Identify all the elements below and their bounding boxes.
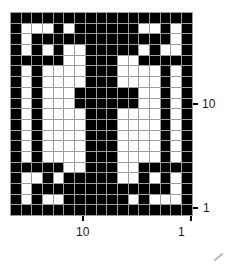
chart-cell-r5-c6: [63, 55, 74, 66]
chart-cell-r15-c16: [170, 162, 181, 173]
chart-cell-r16-c2: [21, 172, 32, 183]
right-tick-1: [193, 207, 198, 209]
chart-cell-r14-c5: [53, 151, 64, 162]
chart-cell-r7-c8: [85, 76, 96, 87]
chart-cell-r16-c12: [128, 172, 139, 183]
chart-cell-r9-c6: [63, 98, 74, 109]
chart-cell-r14-c2: [21, 151, 32, 162]
chart-cell-r19-c1: [10, 204, 21, 215]
chart-cell-r17-c13: [138, 183, 149, 194]
chart-cell-r2-c14: [149, 23, 160, 34]
chart-cell-r17-c15: [160, 183, 171, 194]
chart-cell-r4-c9: [96, 44, 107, 55]
chart-cell-r16-c3: [31, 172, 42, 183]
chart-cell-r7-c2: [21, 76, 32, 87]
chart-cell-r17-c6: [63, 183, 74, 194]
chart-cell-r19-c9: [96, 204, 107, 215]
chart-cell-r10-c9: [96, 108, 107, 119]
chart-cell-r1-c11: [117, 12, 128, 23]
chart-cell-r1-c4: [42, 12, 53, 23]
chart-cell-r11-c4: [42, 119, 53, 130]
chart-cell-r9-c16: [170, 98, 181, 109]
chart-cell-r12-c1: [10, 130, 21, 141]
chart-cell-r15-c15: [160, 162, 171, 173]
chart-cell-r17-c7: [74, 183, 85, 194]
chart-cell-r13-c7: [74, 140, 85, 151]
chart-cell-r2-c3: [31, 23, 42, 34]
chart-cell-r6-c11: [117, 65, 128, 76]
chart-cell-r6-c14: [149, 65, 160, 76]
chart-cell-r10-c13: [138, 108, 149, 119]
chart-cell-r5-c16: [170, 55, 181, 66]
chart-cell-r15-c11: [117, 162, 128, 173]
chart-cell-r16-c1: [10, 172, 21, 183]
chart-cell-r3-c3: [31, 33, 42, 44]
chart-cell-r13-c5: [53, 140, 64, 151]
chart-cell-r8-c17: [181, 87, 192, 98]
chart-cell-r6-c1: [10, 65, 21, 76]
chart-cell-r3-c4: [42, 33, 53, 44]
chart-cell-r14-c8: [85, 151, 96, 162]
chart-cell-r7-c11: [117, 76, 128, 87]
chart-cell-r10-c5: [53, 108, 64, 119]
chart-cell-r17-c17: [181, 183, 192, 194]
chart-cell-r14-c16: [170, 151, 181, 162]
chart-cell-r9-c15: [160, 98, 171, 109]
chart-cell-r5-c14: [149, 55, 160, 66]
chart-cell-r9-c11: [117, 98, 128, 109]
chart-cell-r8-c11: [117, 87, 128, 98]
chart-cell-r19-c5: [53, 204, 64, 215]
chart-cell-r1-c14: [149, 12, 160, 23]
chart-cell-r12-c2: [21, 130, 32, 141]
chart-cell-r18-c3: [31, 194, 42, 205]
chart-cell-r15-c17: [181, 162, 192, 173]
chart-cell-r11-c2: [21, 119, 32, 130]
chart-cell-r14-c14: [149, 151, 160, 162]
chart-cell-r10-c6: [63, 108, 74, 119]
chart-cell-r14-c4: [42, 151, 53, 162]
chart-cell-r18-c5: [53, 194, 64, 205]
chart-cell-r10-c15: [160, 108, 171, 119]
chart-cell-r16-c9: [96, 172, 107, 183]
chart-cell-r18-c15: [160, 194, 171, 205]
chart-cell-r18-c6: [63, 194, 74, 205]
chart-cell-r18-c17: [181, 194, 192, 205]
chart-cell-r3-c11: [117, 33, 128, 44]
chart-cell-r4-c6: [63, 44, 74, 55]
chart-cell-r19-c2: [21, 204, 32, 215]
chart-cell-r4-c1: [10, 44, 21, 55]
chart-cell-r2-c2: [21, 23, 32, 34]
chart-cell-r11-c10: [106, 119, 117, 130]
chart-cell-r13-c2: [21, 140, 32, 151]
chart-cell-r5-c11: [117, 55, 128, 66]
chart-cell-r3-c10: [106, 33, 117, 44]
chart-cell-r17-c16: [170, 183, 181, 194]
chart-cell-r6-c2: [21, 65, 32, 76]
chart-cell-r12-c9: [96, 130, 107, 141]
chart-cell-r1-c2: [21, 12, 32, 23]
chart-cell-r18-c14: [149, 194, 160, 205]
chart-cell-r15-c4: [42, 162, 53, 173]
chart-cell-r14-c1: [10, 151, 21, 162]
chart-cell-r5-c5: [53, 55, 64, 66]
chart-cell-r4-c8: [85, 44, 96, 55]
chart-cell-r2-c9: [96, 23, 107, 34]
chart-cell-r9-c4: [42, 98, 53, 109]
chart-cell-r10-c10: [106, 108, 117, 119]
chart-cell-r15-c14: [149, 162, 160, 173]
chart-cell-r14-c6: [63, 151, 74, 162]
chart-cell-r3-c2: [21, 33, 32, 44]
chart-cell-r2-c7: [74, 23, 85, 34]
chart-cell-r18-c13: [138, 194, 149, 205]
chart-cell-r13-c13: [138, 140, 149, 151]
chart-cell-r14-c3: [31, 151, 42, 162]
chart-cell-r2-c11: [117, 23, 128, 34]
chart-cell-r3-c7: [74, 33, 85, 44]
chart-cell-r8-c6: [63, 87, 74, 98]
chart-cell-r5-c3: [31, 55, 42, 66]
chart-cell-r10-c2: [21, 108, 32, 119]
chart-cell-r9-c8: [85, 98, 96, 109]
chart-cell-r8-c8: [85, 87, 96, 98]
right-axis-label-10: 10: [202, 98, 215, 110]
chart-cell-r17-c8: [85, 183, 96, 194]
chart-cell-r17-c12: [128, 183, 139, 194]
chart-cell-r4-c3: [31, 44, 42, 55]
chart-cell-r16-c14: [149, 172, 160, 183]
chart-cell-r9-c1: [10, 98, 21, 109]
chart-cell-r1-c9: [96, 12, 107, 23]
chart-cell-r13-c14: [149, 140, 160, 151]
chart-cell-r16-c8: [85, 172, 96, 183]
chart-cell-r7-c7: [74, 76, 85, 87]
chart-cell-r6-c3: [31, 65, 42, 76]
pattern-grid: [10, 12, 193, 216]
chart-cell-r15-c12: [128, 162, 139, 173]
chart-cell-r15-c13: [138, 162, 149, 173]
chart-cell-r9-c9: [96, 98, 107, 109]
chart-cell-r3-c16: [170, 33, 181, 44]
chart-cell-r8-c13: [138, 87, 149, 98]
chart-cell-r5-c17: [181, 55, 192, 66]
chart-cell-r9-c10: [106, 98, 117, 109]
chart-cell-r5-c13: [138, 55, 149, 66]
bottom-axis-label-10: 10: [76, 226, 89, 238]
chart-cell-r3-c1: [10, 33, 21, 44]
chart-cell-r12-c15: [160, 130, 171, 141]
chart-cell-r7-c5: [53, 76, 64, 87]
chart-cell-r1-c15: [160, 12, 171, 23]
chart-cell-r6-c4: [42, 65, 53, 76]
chart-cell-r13-c1: [10, 140, 21, 151]
chart-cell-r17-c2: [21, 183, 32, 194]
chart-cell-r8-c4: [42, 87, 53, 98]
chart-cell-r14-c11: [117, 151, 128, 162]
chart-cell-r10-c12: [128, 108, 139, 119]
chart-cell-r13-c8: [85, 140, 96, 151]
artifact-mark: [214, 253, 223, 261]
chart-cell-r17-c10: [106, 183, 117, 194]
chart-cell-r4-c17: [181, 44, 192, 55]
chart-cell-r3-c14: [149, 33, 160, 44]
chart-cell-r18-c4: [42, 194, 53, 205]
chart-cell-r5-c12: [128, 55, 139, 66]
chart-cell-r1-c17: [181, 12, 192, 23]
chart-cell-r12-c7: [74, 130, 85, 141]
chart-cell-r1-c12: [128, 12, 139, 23]
chart-cell-r19-c15: [160, 204, 171, 215]
chart-cell-r18-c12: [128, 194, 139, 205]
chart-cell-r15-c1: [10, 162, 21, 173]
chart-cell-r10-c16: [170, 108, 181, 119]
chart-cell-r4-c7: [74, 44, 85, 55]
chart-cell-r12-c5: [53, 130, 64, 141]
chart-cell-r14-c12: [128, 151, 139, 162]
chart-cell-r19-c6: [63, 204, 74, 215]
chart-cell-r11-c7: [74, 119, 85, 130]
chart-cell-r8-c10: [106, 87, 117, 98]
chart-cell-r4-c14: [149, 44, 160, 55]
chart-cell-r19-c3: [31, 204, 42, 215]
chart-cell-r12-c17: [181, 130, 192, 141]
chart-cell-r14-c9: [96, 151, 107, 162]
chart-cell-r15-c3: [31, 162, 42, 173]
chart-cell-r9-c3: [31, 98, 42, 109]
chart-cell-r9-c2: [21, 98, 32, 109]
chart-cell-r8-c12: [128, 87, 139, 98]
chart-cell-r12-c14: [149, 130, 160, 141]
chart-cell-r3-c12: [128, 33, 139, 44]
chart-cell-r16-c4: [42, 172, 53, 183]
chart-cell-r14-c13: [138, 151, 149, 162]
chart-cell-r7-c13: [138, 76, 149, 87]
chart-cell-r17-c9: [96, 183, 107, 194]
chart-cell-r2-c13: [138, 23, 149, 34]
chart-cell-r18-c8: [85, 194, 96, 205]
chart-cell-r11-c13: [138, 119, 149, 130]
chart-cell-r19-c8: [85, 204, 96, 215]
chart-cell-r12-c12: [128, 130, 139, 141]
chart-cell-r7-c17: [181, 76, 192, 87]
chart-cell-r4-c12: [128, 44, 139, 55]
chart-cell-r1-c5: [53, 12, 64, 23]
chart-cell-r10-c7: [74, 108, 85, 119]
chart-cell-r1-c13: [138, 12, 149, 23]
chart-cell-r3-c5: [53, 33, 64, 44]
bottom-axis-label-1: 1: [178, 226, 185, 238]
chart-cell-r9-c13: [138, 98, 149, 109]
chart-cell-r8-c2: [21, 87, 32, 98]
chart-cell-r2-c16: [170, 23, 181, 34]
chart-cell-r12-c13: [138, 130, 149, 141]
chart-cell-r4-c11: [117, 44, 128, 55]
chart-cell-r17-c1: [10, 183, 21, 194]
chart-cell-r3-c6: [63, 33, 74, 44]
chart-cell-r7-c1: [10, 76, 21, 87]
chart-cell-r11-c17: [181, 119, 192, 130]
chart-cell-r4-c15: [160, 44, 171, 55]
chart-cell-r15-c5: [53, 162, 64, 173]
chart-cell-r11-c11: [117, 119, 128, 130]
chart-cell-r13-c16: [170, 140, 181, 151]
chart-cell-r19-c4: [42, 204, 53, 215]
chart-cell-r12-c11: [117, 130, 128, 141]
chart-cell-r13-c17: [181, 140, 192, 151]
chart-cell-r2-c10: [106, 23, 117, 34]
chart-cell-r13-c3: [31, 140, 42, 151]
chart-cell-r8-c9: [96, 87, 107, 98]
chart-cell-r13-c15: [160, 140, 171, 151]
chart-cell-r19-c11: [117, 204, 128, 215]
chart-cell-r9-c14: [149, 98, 160, 109]
chart-cell-r18-c11: [117, 194, 128, 205]
chart-cell-r11-c16: [170, 119, 181, 130]
chart-cell-r13-c6: [63, 140, 74, 151]
chart-cell-r15-c7: [74, 162, 85, 173]
chart-cell-r16-c16: [170, 172, 181, 183]
chart-cell-r6-c12: [128, 65, 139, 76]
chart-cell-r11-c15: [160, 119, 171, 130]
chart-cell-r18-c9: [96, 194, 107, 205]
chart-cell-r5-c9: [96, 55, 107, 66]
chart-cell-r14-c10: [106, 151, 117, 162]
chart-cell-r8-c7: [74, 87, 85, 98]
chart-cell-r17-c4: [42, 183, 53, 194]
chart-cell-r15-c9: [96, 162, 107, 173]
chart-cell-r19-c16: [170, 204, 181, 215]
chart-cell-r7-c16: [170, 76, 181, 87]
chart-cell-r5-c1: [10, 55, 21, 66]
chart-cell-r2-c12: [128, 23, 139, 34]
chart-cell-r8-c3: [31, 87, 42, 98]
chart-cell-r9-c5: [53, 98, 64, 109]
chart-cell-r12-c6: [63, 130, 74, 141]
chart-cell-r16-c13: [138, 172, 149, 183]
chart-cell-r8-c14: [149, 87, 160, 98]
chart-cell-r2-c1: [10, 23, 21, 34]
chart-cell-r16-c6: [63, 172, 74, 183]
chart-cell-r14-c17: [181, 151, 192, 162]
chart-cell-r11-c3: [31, 119, 42, 130]
chart-cell-r1-c16: [170, 12, 181, 23]
chart-cell-r3-c17: [181, 33, 192, 44]
chart-cell-r8-c15: [160, 87, 171, 98]
chart-cell-r16-c10: [106, 172, 117, 183]
chart-cell-r4-c4: [42, 44, 53, 55]
chart-cell-r15-c8: [85, 162, 96, 173]
chart-cell-r11-c12: [128, 119, 139, 130]
chart-cell-r5-c8: [85, 55, 96, 66]
chart-cell-r18-c7: [74, 194, 85, 205]
chart-cell-r1-c1: [10, 12, 21, 23]
chart-cell-r16-c15: [160, 172, 171, 183]
chart-cell-r6-c17: [181, 65, 192, 76]
chart-cell-r5-c2: [21, 55, 32, 66]
chart-cell-r16-c5: [53, 172, 64, 183]
chart-cell-r19-c10: [106, 204, 117, 215]
chart-cell-r17-c5: [53, 183, 64, 194]
chart-cell-r19-c13: [138, 204, 149, 215]
right-axis-label-1: 1: [203, 202, 210, 214]
chart-cell-r6-c6: [63, 65, 74, 76]
chart-cell-r3-c9: [96, 33, 107, 44]
chart-cell-r11-c9: [96, 119, 107, 130]
chart-cell-r9-c12: [128, 98, 139, 109]
chart-cell-r6-c5: [53, 65, 64, 76]
chart-cell-r3-c8: [85, 33, 96, 44]
chart-cell-r7-c12: [128, 76, 139, 87]
chart-cell-r4-c2: [21, 44, 32, 55]
chart-cell-r11-c8: [85, 119, 96, 130]
chart-cell-r13-c12: [128, 140, 139, 151]
chart-cell-r1-c7: [74, 12, 85, 23]
chart-cell-r6-c7: [74, 65, 85, 76]
chart-cell-r8-c1: [10, 87, 21, 98]
chart-cell-r18-c2: [21, 194, 32, 205]
chart-cell-r5-c4: [42, 55, 53, 66]
chart-cell-r1-c10: [106, 12, 117, 23]
chart-cell-r7-c9: [96, 76, 107, 87]
chart-cell-r12-c10: [106, 130, 117, 141]
chart-cell-r10-c17: [181, 108, 192, 119]
chart-cell-r1-c3: [31, 12, 42, 23]
chart-cell-r2-c8: [85, 23, 96, 34]
chart-cell-r10-c14: [149, 108, 160, 119]
chart-cell-r6-c10: [106, 65, 117, 76]
chart-cell-r11-c14: [149, 119, 160, 130]
chart-cell-r6-c15: [160, 65, 171, 76]
chart-cell-r13-c4: [42, 140, 53, 151]
bottom-tick-1: [190, 216, 192, 221]
chart-cell-r17-c14: [149, 183, 160, 194]
chart-cell-r12-c8: [85, 130, 96, 141]
chart-cell-r7-c10: [106, 76, 117, 87]
chart-cell-r19-c12: [128, 204, 139, 215]
chart-cell-r18-c1: [10, 194, 21, 205]
chart-cell-r3-c13: [138, 33, 149, 44]
chart-cell-r10-c1: [10, 108, 21, 119]
chart-cell-r12-c4: [42, 130, 53, 141]
chart-cell-r11-c1: [10, 119, 21, 130]
chart-cell-r15-c2: [21, 162, 32, 173]
chart-cell-r14-c15: [160, 151, 171, 162]
right-tick-10: [193, 103, 198, 105]
chart-cell-r17-c3: [31, 183, 42, 194]
chart-cell-r19-c7: [74, 204, 85, 215]
chart-cell-r16-c11: [117, 172, 128, 183]
chart-cell-r19-c17: [181, 204, 192, 215]
chart-cell-r17-c11: [117, 183, 128, 194]
chart-cell-r8-c5: [53, 87, 64, 98]
chart-cell-r18-c16: [170, 194, 181, 205]
chart-cell-r4-c10: [106, 44, 117, 55]
chart-cell-r13-c10: [106, 140, 117, 151]
chart-cell-r7-c15: [160, 76, 171, 87]
chart-cell-r11-c6: [63, 119, 74, 130]
chart-cell-r6-c13: [138, 65, 149, 76]
chart-cell-r15-c6: [63, 162, 74, 173]
chart-cell-r5-c7: [74, 55, 85, 66]
chart-cell-r16-c7: [74, 172, 85, 183]
chart-cell-r5-c10: [106, 55, 117, 66]
chart-cell-r10-c11: [117, 108, 128, 119]
chart-canvas: 10 1 10 1: [0, 0, 228, 267]
bottom-tick-10: [82, 216, 84, 221]
chart-cell-r4-c5: [53, 44, 64, 55]
